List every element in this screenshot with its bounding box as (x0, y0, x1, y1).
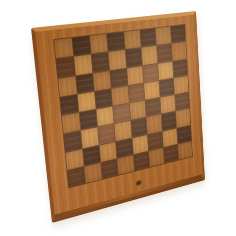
square-h1[interactable] (178, 141, 192, 159)
square-b6[interactable] (76, 73, 94, 93)
square-f8[interactable] (140, 28, 156, 47)
square-e8[interactable] (124, 30, 141, 49)
square-e4[interactable] (129, 101, 145, 120)
square-c7[interactable] (92, 52, 110, 72)
square-f6[interactable] (143, 63, 159, 82)
square-d1[interactable] (118, 155, 134, 175)
square-h6[interactable] (173, 59, 188, 77)
square-e5[interactable] (128, 83, 144, 102)
square-a5[interactable] (60, 95, 79, 116)
square-g4[interactable] (160, 95, 175, 114)
square-d4[interactable] (113, 104, 130, 124)
square-c5[interactable] (95, 89, 112, 109)
square-a7[interactable] (56, 57, 75, 77)
square-d8[interactable] (107, 32, 124, 51)
square-f1[interactable] (149, 148, 164, 167)
square-a4[interactable] (62, 113, 80, 134)
square-d5[interactable] (112, 86, 129, 106)
square-c4[interactable] (97, 107, 114, 127)
photo-canvas (0, 0, 236, 236)
game-board (31, 11, 205, 223)
square-g7[interactable] (157, 44, 172, 62)
square-d7[interactable] (109, 50, 126, 69)
square-f5[interactable] (144, 81, 160, 100)
square-c1[interactable] (101, 159, 118, 179)
square-e7[interactable] (125, 48, 141, 67)
square-e1[interactable] (133, 151, 149, 170)
square-g8[interactable] (156, 27, 171, 45)
square-b8[interactable] (73, 36, 91, 56)
square-c6[interactable] (94, 71, 111, 91)
square-h7[interactable] (172, 42, 187, 60)
square-b4[interactable] (80, 110, 98, 130)
square-f4[interactable] (145, 98, 160, 117)
square-b5[interactable] (78, 92, 96, 112)
square-a1[interactable] (67, 167, 85, 188)
square-a8[interactable] (54, 38, 73, 58)
square-a6[interactable] (58, 76, 77, 97)
square-b1[interactable] (85, 163, 102, 183)
square-g5[interactable] (159, 78, 174, 97)
square-f7[interactable] (141, 46, 157, 65)
square-h8[interactable] (171, 25, 186, 43)
square-b7[interactable] (74, 55, 92, 75)
square-g6[interactable] (158, 61, 173, 80)
square-d6[interactable] (110, 68, 127, 87)
square-h4[interactable] (175, 92, 189, 110)
square-e6[interactable] (127, 66, 143, 85)
square-g1[interactable] (164, 145, 179, 164)
square-h5[interactable] (174, 76, 189, 94)
square-c8[interactable] (90, 34, 108, 54)
